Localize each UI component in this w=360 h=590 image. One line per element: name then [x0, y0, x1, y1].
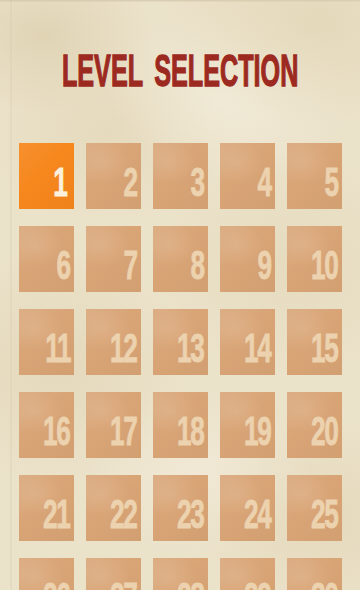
level-tile-15[interactable]: 15	[287, 309, 342, 375]
level-tile-8[interactable]: 8	[153, 226, 208, 292]
level-number: 17	[110, 411, 137, 452]
level-tile-19[interactable]: 19	[220, 392, 275, 458]
level-number: 11	[45, 328, 70, 369]
level-tile-22[interactable]: 22	[86, 475, 141, 541]
level-tile-16[interactable]: 16	[19, 392, 74, 458]
level-number: 13	[177, 328, 204, 369]
level-number: 4	[258, 162, 271, 203]
level-tile-18[interactable]: 18	[153, 392, 208, 458]
level-number: 30	[311, 577, 338, 590]
level-tile-13[interactable]: 13	[153, 309, 208, 375]
level-number: 27	[110, 577, 137, 590]
level-tile-3[interactable]: 3	[153, 143, 208, 209]
title-bar: LEVEL SELECTION	[0, 50, 360, 92]
level-tile-26[interactable]: 26	[19, 558, 74, 590]
level-tile-10[interactable]: 10	[287, 226, 342, 292]
level-number: 26	[43, 577, 70, 590]
level-number: 28	[177, 577, 204, 590]
level-number: 5	[325, 162, 338, 203]
level-number: 29	[244, 577, 271, 590]
level-tile-2[interactable]: 2	[86, 143, 141, 209]
level-number: 19	[244, 411, 271, 452]
level-number: 20	[311, 411, 338, 452]
level-tile-30[interactable]: 30	[287, 558, 342, 590]
level-number: 8	[191, 245, 204, 286]
level-tile-23[interactable]: 23	[153, 475, 208, 541]
level-number: 25	[311, 494, 338, 535]
level-tile-11[interactable]: 11	[19, 309, 74, 375]
level-number: 14	[244, 328, 271, 369]
level-tile-27[interactable]: 27	[86, 558, 141, 590]
level-tile-20[interactable]: 20	[287, 392, 342, 458]
level-tile-6[interactable]: 6	[19, 226, 74, 292]
level-number: 9	[258, 245, 271, 286]
level-number: 6	[57, 245, 70, 286]
page-title: LEVEL SELECTION	[62, 50, 298, 92]
level-tile-17[interactable]: 17	[86, 392, 141, 458]
level-tile-29[interactable]: 29	[220, 558, 275, 590]
level-tile-25[interactable]: 25	[287, 475, 342, 541]
level-number: 2	[124, 162, 137, 203]
level-tile-28[interactable]: 28	[153, 558, 208, 590]
level-grid: 1234567891011121314151617181920212223242…	[19, 143, 342, 590]
level-tile-4[interactable]: 4	[220, 143, 275, 209]
level-number: 22	[110, 494, 137, 535]
level-number: 15	[311, 328, 338, 369]
level-number: 3	[191, 162, 204, 203]
level-tile-14[interactable]: 14	[220, 309, 275, 375]
level-tile-12[interactable]: 12	[86, 309, 141, 375]
level-number: 1	[53, 162, 70, 203]
level-tile-7[interactable]: 7	[86, 226, 141, 292]
level-tile-24[interactable]: 24	[220, 475, 275, 541]
level-number: 18	[177, 411, 204, 452]
level-tile-9[interactable]: 9	[220, 226, 275, 292]
level-number: 10	[311, 245, 338, 286]
level-number: 23	[177, 494, 204, 535]
level-tile-1[interactable]: 1	[19, 143, 74, 209]
level-tile-5[interactable]: 5	[287, 143, 342, 209]
level-number: 16	[43, 411, 70, 452]
level-number: 24	[244, 494, 271, 535]
level-tile-21[interactable]: 21	[19, 475, 74, 541]
level-selection-screen: LEVEL SELECTION 123456789101112131415161…	[0, 0, 360, 590]
level-number: 7	[124, 245, 137, 286]
level-number: 21	[43, 494, 70, 535]
level-number: 12	[110, 328, 137, 369]
